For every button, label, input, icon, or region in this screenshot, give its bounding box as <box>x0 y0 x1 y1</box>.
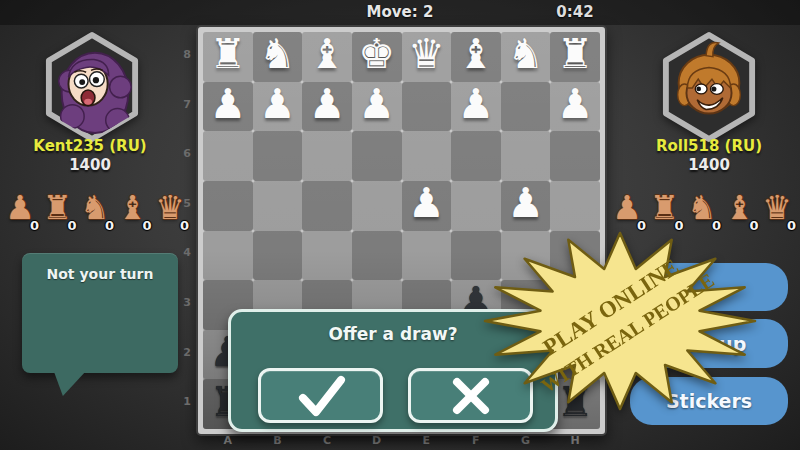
player-left-name: Kent235 (RU) <box>5 137 175 155</box>
file-label-A: A <box>203 434 253 447</box>
top-bar: Move: 2 0:42 <box>0 0 800 25</box>
square-F7[interactable]: ♟ <box>451 82 501 132</box>
rank-label-7: 7 <box>180 80 194 130</box>
square-E8[interactable]: ♛ <box>402 32 452 82</box>
white-b-piece: ♝ <box>458 34 495 75</box>
square-H8[interactable]: ♜ <box>550 32 600 82</box>
file-label-G: G <box>501 434 551 447</box>
square-G6[interactable] <box>501 131 551 181</box>
square-E7[interactable] <box>402 82 452 132</box>
file-label-C: C <box>302 434 352 447</box>
white-p-piece: ♟ <box>259 84 296 125</box>
square-F4[interactable] <box>451 231 501 281</box>
white-p-piece: ♟ <box>507 183 544 224</box>
square-A5[interactable] <box>203 181 253 231</box>
white-q-piece: ♛ <box>408 34 445 75</box>
captured-queen: ♛0 <box>760 189 794 229</box>
decline-draw-button[interactable] <box>408 368 533 423</box>
dialog-title: Offer a draw? <box>231 324 555 344</box>
checkmark-icon <box>293 374 349 418</box>
square-A6[interactable] <box>203 131 253 181</box>
captured-count: 0 <box>180 218 189 233</box>
square-D6[interactable] <box>352 131 402 181</box>
square-A7[interactable]: ♟ <box>203 82 253 132</box>
square-C8[interactable]: ♝ <box>302 32 352 82</box>
square-C5[interactable] <box>302 181 352 231</box>
white-r-piece: ♜ <box>557 34 594 75</box>
captured-count: 0 <box>67 218 76 233</box>
accept-draw-button[interactable] <box>258 368 383 423</box>
square-H7[interactable]: ♟ <box>550 82 600 132</box>
white-k-piece: ♚ <box>358 34 395 75</box>
captured-bishop: ♝0 <box>116 189 150 229</box>
square-F5[interactable] <box>451 181 501 231</box>
white-p-piece: ♟ <box>209 84 246 125</box>
file-label-D: D <box>352 434 402 447</box>
square-H4[interactable] <box>550 231 600 281</box>
square-C4[interactable] <box>302 231 352 281</box>
captured-count: 0 <box>749 218 758 233</box>
file-label-H: H <box>550 434 600 447</box>
captured-tray-right: ♟0♜0♞0♝0♛0 <box>610 189 794 229</box>
rank-label-2: 2 <box>180 328 194 378</box>
captured-count: 0 <box>105 218 114 233</box>
captured-count: 0 <box>637 218 646 233</box>
square-G5[interactable]: ♟ <box>501 181 551 231</box>
square-H6[interactable] <box>550 131 600 181</box>
rank-label-8: 8 <box>180 30 194 80</box>
rank-label-6: 6 <box>180 129 194 179</box>
white-p-piece: ♟ <box>458 84 495 125</box>
square-D4[interactable] <box>352 231 402 281</box>
stickers-button[interactable]: Stickers <box>630 377 788 425</box>
captured-count: 0 <box>30 218 39 233</box>
white-n-piece: ♞ <box>507 34 544 75</box>
captured-count: 0 <box>142 218 151 233</box>
white-n-piece: ♞ <box>259 34 296 75</box>
square-E6[interactable] <box>402 131 452 181</box>
player-left-avatar <box>43 30 141 144</box>
square-B4[interactable] <box>253 231 303 281</box>
chat-bubble-text: Not your turn <box>22 253 178 282</box>
black-p-piece: ♟ <box>557 332 594 373</box>
captured-count: 0 <box>787 218 796 233</box>
white-b-piece: ♝ <box>309 34 346 75</box>
white-p-piece: ♟ <box>358 84 395 125</box>
file-label-B: B <box>253 434 303 447</box>
captured-pawn: ♟0 <box>3 189 37 229</box>
x-icon <box>449 374 493 418</box>
white-p-piece: ♟ <box>309 84 346 125</box>
square-B6[interactable] <box>253 131 303 181</box>
captured-pawn: ♟0 <box>610 189 644 229</box>
file-label-E: E <box>401 434 451 447</box>
move-counter: Move: 2 <box>0 3 800 21</box>
player-left-rating: 1400 <box>5 156 175 174</box>
captured-count: 0 <box>674 218 683 233</box>
square-D7[interactable]: ♟ <box>352 82 402 132</box>
square-D5[interactable] <box>352 181 402 231</box>
square-C7[interactable]: ♟ <box>302 82 352 132</box>
player-right-avatar <box>660 30 758 144</box>
square-E4[interactable] <box>402 231 452 281</box>
square-A8[interactable]: ♜ <box>203 32 253 82</box>
square-H5[interactable] <box>550 181 600 231</box>
captured-count: 0 <box>712 218 721 233</box>
square-D8[interactable]: ♚ <box>352 32 402 82</box>
square-B8[interactable]: ♞ <box>253 32 303 82</box>
file-label-F: F <box>451 434 501 447</box>
square-F8[interactable]: ♝ <box>451 32 501 82</box>
player-right-rating: 1400 <box>624 156 794 174</box>
white-p-piece: ♟ <box>408 183 445 224</box>
rank-label-1: 1 <box>180 377 194 427</box>
captured-queen: ♛0 <box>153 189 187 229</box>
square-G7[interactable] <box>501 82 551 132</box>
captured-rook: ♜0 <box>41 189 75 229</box>
square-A4[interactable] <box>203 231 253 281</box>
captured-tray-left: ♟0♜0♞0♝0♛0 <box>3 189 187 229</box>
draw-offer-dialog: Offer a draw? <box>228 309 558 432</box>
side-button-top[interactable] <box>630 263 788 311</box>
square-F6[interactable] <box>451 131 501 181</box>
square-B5[interactable] <box>253 181 303 231</box>
captured-bishop: ♝0 <box>723 189 757 229</box>
chat-bubble-tail <box>52 371 86 396</box>
captured-knight: ♞0 <box>78 189 112 229</box>
player-right-name: Roll518 (RU) <box>624 137 794 155</box>
white-p-piece: ♟ <box>557 84 594 125</box>
white-r-piece: ♜ <box>209 34 246 75</box>
square-G8[interactable]: ♞ <box>501 32 551 82</box>
game-timer: 0:42 <box>540 3 610 21</box>
square-G4[interactable] <box>501 231 551 281</box>
chat-bubble: Not your turn <box>22 253 178 373</box>
captured-knight: ♞0 <box>685 189 719 229</box>
black-r-piece: ♜ <box>557 382 594 423</box>
square-C6[interactable] <box>302 131 352 181</box>
rank-label-4: 4 <box>180 228 194 278</box>
square-E5[interactable]: ♟ <box>402 181 452 231</box>
giveup-button[interactable]: Giveup <box>630 319 788 368</box>
square-B7[interactable]: ♟ <box>253 82 303 132</box>
captured-rook: ♜0 <box>648 189 682 229</box>
rank-label-3: 3 <box>180 278 194 328</box>
